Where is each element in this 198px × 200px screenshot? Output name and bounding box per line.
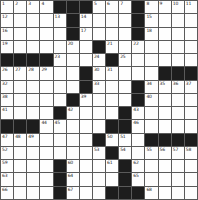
cell[interactable] (54, 67, 66, 79)
clue-number: 44 (41, 120, 46, 125)
clue-number: 27 (15, 67, 20, 72)
clue-number: 37 (186, 81, 191, 86)
cell[interactable]: 67 (67, 187, 79, 199)
cell[interactable] (185, 173, 197, 185)
cell[interactable] (132, 134, 144, 146)
clue-number: 28 (28, 67, 33, 72)
clue-number: 11 (186, 1, 191, 6)
black-cell (172, 67, 184, 79)
cell[interactable] (172, 187, 184, 199)
cell[interactable] (172, 173, 184, 185)
clue-number: 63 (2, 173, 7, 178)
clue-number: 5 (94, 1, 97, 6)
cell[interactable] (40, 41, 52, 53)
cell[interactable]: 64 (67, 173, 79, 185)
cell[interactable] (54, 134, 66, 146)
cell[interactable] (54, 28, 66, 40)
cell[interactable] (119, 14, 131, 26)
cell[interactable] (14, 173, 26, 185)
cell[interactable] (145, 107, 157, 119)
clue-number: 42 (68, 107, 73, 112)
black-cell (1, 120, 13, 132)
cell[interactable]: 65 (132, 173, 144, 185)
cell[interactable]: 42 (67, 107, 79, 119)
clue-number: 14 (81, 14, 86, 19)
crossword-grid: 1234567891011121314151617181920212223242… (0, 0, 198, 200)
clue-number: 50 (107, 134, 112, 139)
cell[interactable] (172, 120, 184, 132)
cell[interactable] (80, 134, 92, 146)
clue-number: 13 (55, 14, 60, 19)
cell[interactable] (172, 14, 184, 26)
cell[interactable] (145, 160, 157, 172)
black-cell (106, 187, 118, 199)
black-cell (106, 120, 118, 132)
black-cell (27, 54, 39, 66)
cell[interactable] (93, 160, 105, 172)
cell[interactable] (172, 94, 184, 106)
clue-number: 36 (173, 81, 178, 86)
clue-number: 15 (146, 14, 151, 19)
cell[interactable]: 21 (106, 41, 118, 53)
black-cell (132, 28, 144, 40)
cell[interactable] (106, 14, 118, 26)
black-cell (67, 94, 79, 106)
cell[interactable] (93, 187, 105, 199)
cell[interactable] (119, 67, 131, 79)
cell[interactable] (80, 173, 92, 185)
cell[interactable]: 3 (27, 1, 39, 13)
black-cell (27, 120, 39, 132)
black-cell (14, 54, 26, 66)
cell[interactable]: 28 (27, 67, 39, 79)
cell[interactable] (106, 81, 118, 93)
cell[interactable]: 45 (54, 120, 66, 132)
clue-number: 54 (120, 147, 125, 152)
cell[interactable]: 27 (14, 67, 26, 79)
clue-number: 3 (28, 1, 31, 6)
cell[interactable]: 44 (40, 120, 52, 132)
cell[interactable] (106, 173, 118, 185)
cell[interactable] (159, 94, 171, 106)
black-cell (132, 81, 144, 93)
cell[interactable] (145, 173, 157, 185)
black-cell (54, 160, 66, 172)
cell[interactable] (119, 41, 131, 53)
cell[interactable]: 49 (27, 134, 39, 146)
cell[interactable] (119, 94, 131, 106)
black-cell (119, 173, 131, 185)
clue-number: 9 (160, 1, 163, 6)
clue-number: 39 (81, 94, 86, 99)
black-cell (54, 173, 66, 185)
clue-number: 35 (160, 81, 165, 86)
cell[interactable] (67, 120, 79, 132)
black-cell (106, 147, 118, 159)
cell[interactable] (185, 160, 197, 172)
cell[interactable]: 22 (132, 41, 144, 53)
cell[interactable] (27, 107, 39, 119)
black-cell (159, 67, 171, 79)
cell[interactable] (80, 54, 92, 66)
clue-number: 66 (2, 187, 7, 192)
clue-number: 51 (120, 134, 125, 139)
clue-number: 52 (2, 147, 7, 152)
cell[interactable] (159, 14, 171, 26)
cell[interactable]: 13 (54, 14, 66, 26)
cell[interactable] (132, 147, 144, 159)
cell[interactable] (93, 107, 105, 119)
cell[interactable]: 24 (93, 54, 105, 66)
cell[interactable] (159, 28, 171, 40)
clue-number: 49 (28, 134, 33, 139)
clue-number: 59 (2, 160, 7, 165)
cell[interactable] (159, 120, 171, 132)
cell[interactable] (145, 41, 157, 53)
cell[interactable] (119, 81, 131, 93)
clue-number: 7 (120, 1, 123, 6)
black-cell (119, 187, 131, 199)
cell[interactable]: 9 (159, 1, 171, 13)
cell[interactable] (185, 107, 197, 119)
crossword-puzzle: 1234567891011121314151617181920212223242… (0, 0, 198, 200)
black-cell (119, 160, 131, 172)
clue-number: 41 (2, 107, 7, 112)
cell[interactable] (27, 28, 39, 40)
cell[interactable] (159, 160, 171, 172)
cell[interactable] (185, 41, 197, 53)
cell[interactable] (14, 28, 26, 40)
cell[interactable] (93, 120, 105, 132)
clue-number: 53 (94, 147, 99, 152)
clue-number: 48 (15, 134, 20, 139)
cell[interactable] (172, 28, 184, 40)
black-cell (119, 120, 131, 132)
clue-number: 68 (146, 187, 151, 192)
black-cell (106, 54, 118, 66)
cell[interactable] (40, 187, 52, 199)
cell[interactable]: 1 (1, 1, 13, 13)
cell[interactable]: 53 (93, 147, 105, 159)
cell[interactable] (159, 173, 171, 185)
clue-number: 4 (41, 1, 44, 6)
cell[interactable] (172, 160, 184, 172)
cell[interactable] (172, 107, 184, 119)
clue-number: 62 (133, 160, 138, 165)
clue-number: 45 (55, 120, 60, 125)
cell[interactable]: 14 (80, 14, 92, 26)
cell[interactable]: 55 (145, 147, 157, 159)
cell[interactable]: 4 (40, 1, 52, 13)
cell[interactable]: 57 (172, 147, 184, 159)
cell[interactable] (67, 134, 79, 146)
cell[interactable] (67, 54, 79, 66)
cell[interactable] (27, 94, 39, 106)
cell[interactable]: 36 (172, 81, 184, 93)
clue-number: 10 (173, 1, 178, 6)
cell[interactable]: 56 (159, 147, 171, 159)
black-cell (132, 94, 144, 106)
cell[interactable] (93, 173, 105, 185)
cell[interactable] (106, 107, 118, 119)
cell[interactable] (80, 107, 92, 119)
cell[interactable] (185, 120, 197, 132)
cell[interactable] (67, 67, 79, 79)
cell[interactable] (67, 81, 79, 93)
cell[interactable] (80, 187, 92, 199)
cell[interactable] (145, 120, 157, 132)
cell[interactable]: 50 (106, 134, 118, 146)
cell[interactable] (14, 187, 26, 199)
clue-number: 65 (133, 173, 138, 178)
cell[interactable] (54, 147, 66, 159)
clue-number: 20 (68, 41, 73, 46)
cell[interactable]: 26 (1, 67, 13, 79)
clue-number: 32 (2, 81, 7, 86)
cell[interactable]: 25 (119, 54, 131, 66)
cell[interactable] (14, 94, 26, 106)
cell[interactable] (27, 147, 39, 159)
clue-number: 26 (2, 67, 7, 72)
cell[interactable]: 54 (119, 147, 131, 159)
black-cell (67, 28, 79, 40)
clue-number: 46 (133, 120, 138, 125)
black-cell (172, 134, 184, 146)
cell[interactable]: 48 (14, 134, 26, 146)
clue-number: 19 (2, 41, 7, 46)
cell[interactable]: 52 (1, 147, 13, 159)
cell[interactable]: 7 (119, 1, 131, 13)
clue-number: 29 (41, 67, 46, 72)
clue-number: 12 (2, 14, 7, 19)
clue-number: 64 (68, 173, 73, 178)
cell[interactable] (159, 107, 171, 119)
clue-number: 31 (107, 67, 112, 72)
cell[interactable]: 46 (132, 120, 144, 132)
black-cell (132, 187, 144, 199)
cell[interactable]: 39 (80, 94, 92, 106)
cell[interactable]: 31 (106, 67, 118, 79)
cell[interactable] (106, 94, 118, 106)
cell[interactable]: 62 (132, 160, 144, 172)
cell[interactable]: 59 (1, 160, 13, 172)
cell[interactable] (14, 81, 26, 93)
cell[interactable]: 29 (40, 67, 52, 79)
clue-number: 56 (160, 147, 165, 152)
cell[interactable]: 47 (1, 134, 13, 146)
cell[interactable]: 61 (106, 160, 118, 172)
clue-number: 58 (186, 147, 191, 152)
clue-number: 61 (107, 160, 112, 165)
black-cell (80, 1, 92, 13)
clue-number: 16 (2, 28, 7, 33)
cell[interactable] (27, 173, 39, 185)
black-cell (93, 41, 105, 53)
cell[interactable]: 17 (80, 28, 92, 40)
clue-number: 38 (2, 94, 7, 99)
cell[interactable]: 10 (172, 1, 184, 13)
cell[interactable]: 8 (145, 1, 157, 13)
black-cell (14, 120, 26, 132)
black-cell (132, 14, 144, 26)
cell[interactable]: 11 (185, 1, 197, 13)
cell[interactable] (80, 41, 92, 53)
cell[interactable] (40, 14, 52, 26)
cell[interactable] (119, 28, 131, 40)
cell[interactable]: 5 (93, 1, 105, 13)
cell[interactable] (14, 41, 26, 53)
cell[interactable]: 18 (145, 28, 157, 40)
cell[interactable] (40, 134, 52, 146)
cell[interactable] (40, 173, 52, 185)
clue-number: 67 (68, 187, 73, 192)
black-cell (132, 1, 144, 13)
cell[interactable]: 66 (1, 187, 13, 199)
clue-number: 30 (94, 67, 99, 72)
cell[interactable]: 16 (1, 28, 13, 40)
cell[interactable] (40, 94, 52, 106)
clue-number: 6 (107, 1, 110, 6)
cell[interactable] (27, 14, 39, 26)
cell[interactable] (27, 41, 39, 53)
clue-number: 24 (94, 54, 99, 59)
clue-number: 23 (55, 54, 60, 59)
clue-number: 33 (94, 81, 99, 86)
cell[interactable] (185, 54, 197, 66)
cell[interactable] (40, 81, 52, 93)
cell[interactable]: 37 (185, 81, 197, 93)
clue-number: 17 (81, 28, 86, 33)
cell[interactable] (27, 160, 39, 172)
clue-number: 43 (133, 107, 138, 112)
cell[interactable] (185, 28, 197, 40)
black-cell (185, 67, 197, 79)
cell[interactable] (159, 54, 171, 66)
clue-number: 47 (2, 134, 7, 139)
cell[interactable] (40, 28, 52, 40)
cell[interactable] (27, 81, 39, 93)
cell[interactable] (106, 28, 118, 40)
cell[interactable] (40, 147, 52, 159)
cell[interactable] (14, 147, 26, 159)
cell[interactable]: 63 (1, 173, 13, 185)
cell[interactable] (185, 14, 197, 26)
black-cell (54, 107, 66, 119)
black-cell (185, 134, 197, 146)
cell[interactable]: 12 (1, 14, 13, 26)
cell[interactable]: 23 (54, 54, 66, 66)
cell[interactable]: 34 (145, 81, 157, 93)
black-cell (119, 107, 131, 119)
clue-number: 1 (2, 1, 5, 6)
cell[interactable] (93, 14, 105, 26)
cell[interactable] (14, 160, 26, 172)
cell[interactable] (14, 14, 26, 26)
cell[interactable]: 35 (159, 81, 171, 93)
cell[interactable] (54, 41, 66, 53)
black-cell (80, 67, 92, 79)
black-cell (93, 134, 105, 146)
black-cell (54, 187, 66, 199)
cell[interactable] (14, 107, 26, 119)
clue-number: 57 (173, 147, 178, 152)
cell[interactable] (67, 147, 79, 159)
cell[interactable] (159, 41, 171, 53)
cell[interactable] (93, 94, 105, 106)
cell[interactable]: 58 (185, 147, 197, 159)
cell[interactable]: 41 (1, 107, 13, 119)
black-cell (67, 1, 79, 13)
cell[interactable]: 19 (1, 41, 13, 53)
cell[interactable]: 68 (145, 187, 157, 199)
cell[interactable]: 43 (132, 107, 144, 119)
black-cell (80, 81, 92, 93)
clue-number: 25 (120, 54, 125, 59)
cell[interactable]: 51 (119, 134, 131, 146)
cell[interactable] (93, 28, 105, 40)
cell[interactable] (159, 187, 171, 199)
cell[interactable]: 60 (67, 160, 79, 172)
clue-number: 21 (107, 41, 112, 46)
cell[interactable]: 15 (145, 14, 157, 26)
cell[interactable] (80, 147, 92, 159)
cell[interactable] (145, 54, 157, 66)
cell[interactable]: 38 (1, 94, 13, 106)
cell[interactable] (27, 187, 39, 199)
clue-number: 60 (68, 160, 73, 165)
cell[interactable] (40, 160, 52, 172)
cell[interactable]: 32 (1, 81, 13, 93)
cell[interactable] (54, 94, 66, 106)
black-cell (67, 14, 79, 26)
cell[interactable] (80, 120, 92, 132)
clue-number: 40 (146, 94, 151, 99)
clue-number: 18 (146, 28, 151, 33)
black-cell (1, 54, 13, 66)
cell[interactable]: 6 (106, 1, 118, 13)
clue-number: 2 (15, 1, 18, 6)
cell[interactable]: 33 (93, 81, 105, 93)
cell[interactable]: 40 (145, 94, 157, 106)
cell[interactable]: 2 (14, 1, 26, 13)
clue-number: 34 (146, 81, 151, 86)
cell[interactable]: 20 (67, 41, 79, 53)
cell[interactable] (132, 67, 144, 79)
black-cell (54, 1, 66, 13)
cell[interactable] (172, 41, 184, 53)
cell[interactable] (185, 187, 197, 199)
cell[interactable] (54, 81, 66, 93)
cell[interactable] (40, 107, 52, 119)
cell[interactable] (80, 160, 92, 172)
black-cell (145, 134, 157, 146)
black-cell (40, 54, 52, 66)
cell[interactable]: 30 (93, 67, 105, 79)
cell[interactable] (132, 54, 144, 66)
clue-number: 8 (146, 1, 149, 6)
clue-number: 55 (146, 147, 151, 152)
clue-number: 22 (133, 41, 138, 46)
cell[interactable] (185, 94, 197, 106)
cell[interactable] (145, 67, 157, 79)
cell[interactable] (172, 54, 184, 66)
black-cell (159, 134, 171, 146)
